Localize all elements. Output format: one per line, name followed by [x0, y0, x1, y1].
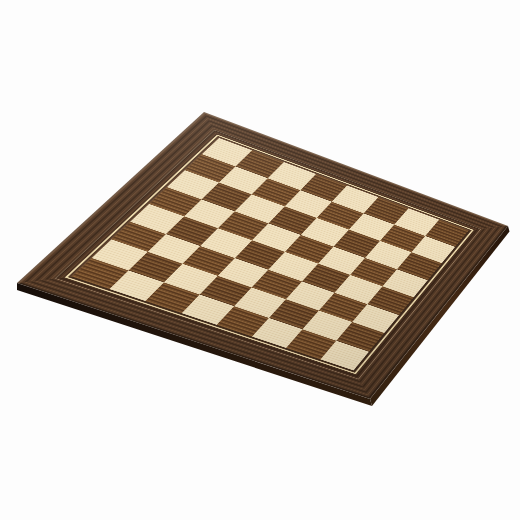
product-photo-background — [0, 0, 520, 520]
chess-board — [17, 112, 508, 399]
frame-outer-rim — [17, 112, 508, 399]
